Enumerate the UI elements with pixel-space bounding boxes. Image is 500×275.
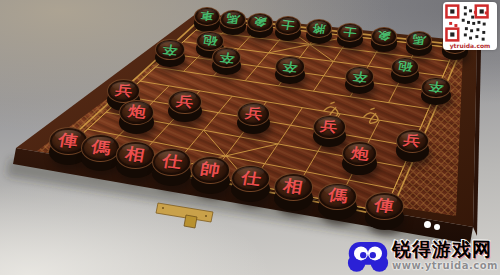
piece-green-horse[interactable]: 馬 [406, 31, 432, 56]
piece-green-soldier[interactable]: 卒 [212, 47, 242, 75]
piece-character: 俥 [57, 132, 79, 150]
piece-character: 士 [343, 26, 358, 38]
logo-dot [424, 221, 431, 228]
piece-character: 傌 [327, 187, 349, 205]
piece-character: 馬 [225, 13, 240, 25]
piece-red-cannon[interactable]: 炮 [119, 100, 154, 134]
piece-green-soldier[interactable]: 卒 [421, 77, 451, 105]
piece-character: 卒 [351, 70, 368, 83]
site-name: 锐得游戏网 [392, 239, 498, 260]
piece-green-soldier[interactable]: 卒 [155, 39, 185, 67]
site-url: www.ytruida.com [392, 260, 498, 271]
piece-green-soldier[interactable]: 卒 [345, 66, 375, 94]
piece-character: 兵 [114, 83, 133, 98]
qr-watermark: ytruida.com [443, 2, 497, 50]
piece-green-advisor[interactable]: 士 [275, 16, 301, 41]
piece-red-horse[interactable]: 傌 [318, 183, 357, 220]
piece-green-chariot[interactable]: 車 [194, 7, 220, 32]
piece-red-advisor[interactable]: 仕 [152, 148, 191, 185]
qr-caption: ytruida.com [445, 42, 495, 49]
piece-character: 炮 [350, 145, 370, 161]
piece-character: 兵 [403, 133, 422, 148]
piece-character: 帥 [199, 161, 221, 179]
piece-character: 俥 [373, 197, 395, 215]
piece-character: 將 [311, 23, 326, 35]
piece-red-chariot[interactable]: 俥 [365, 192, 404, 229]
piece-character: 砲 [202, 34, 218, 47]
game-controller-icon [347, 239, 389, 273]
piece-red-elephant[interactable]: 相 [274, 173, 313, 210]
piece-character: 卒 [428, 80, 445, 93]
piece-character: 卒 [162, 43, 179, 56]
piece-red-soldier[interactable]: 兵 [396, 129, 430, 161]
piece-character: 卒 [281, 60, 298, 73]
piece-character: 相 [124, 146, 146, 164]
piece-red-elephant[interactable]: 相 [116, 141, 155, 178]
piece-character: 象 [376, 30, 391, 42]
piece-character: 炮 [127, 104, 147, 120]
logo-dot [434, 224, 440, 230]
pieces-layer: 車馬象士將士象馬車砲砲卒卒卒卒卒兵兵兵兵兵炮炮俥傌相仕帥仕相傌俥 [0, 0, 500, 275]
piece-character: 仕 [161, 153, 183, 171]
qr-code-icon [445, 4, 489, 42]
piece-character: 仕 [240, 169, 262, 187]
piece-green-elephant[interactable]: 象 [247, 13, 273, 38]
piece-red-advisor[interactable]: 仕 [231, 165, 270, 202]
piece-red-soldier[interactable]: 兵 [168, 90, 202, 122]
piece-green-elephant[interactable]: 象 [371, 27, 397, 52]
piece-character: 砲 [397, 60, 413, 73]
piece-green-general[interactable]: 將 [306, 19, 332, 44]
piece-green-advisor[interactable]: 士 [337, 23, 363, 48]
piece-character: 兵 [244, 106, 263, 121]
piece-character: 兵 [320, 119, 339, 134]
piece-character: 象 [252, 16, 267, 28]
site-logo-watermark: 锐得游戏网 www.ytruida.com [347, 239, 498, 273]
piece-character: 相 [282, 178, 304, 196]
piece-character: 車 [200, 10, 215, 22]
piece-character: 士 [281, 19, 296, 31]
product-photo-stage: 車馬象士將士象馬車砲砲卒卒卒卒卒兵兵兵兵兵炮炮俥傌相仕帥仕相傌俥 [0, 0, 500, 275]
piece-character: 卒 [218, 51, 235, 64]
piece-green-cannon[interactable]: 砲 [391, 57, 419, 84]
piece-red-soldier[interactable]: 兵 [237, 102, 271, 134]
piece-character: 傌 [90, 138, 112, 156]
piece-red-horse[interactable]: 傌 [81, 134, 120, 171]
piece-character: 兵 [175, 94, 194, 109]
piece-red-general[interactable]: 帥 [191, 156, 230, 193]
piece-character: 馬 [411, 34, 426, 46]
piece-red-cannon[interactable]: 炮 [342, 141, 377, 175]
piece-green-soldier[interactable]: 卒 [275, 56, 305, 84]
